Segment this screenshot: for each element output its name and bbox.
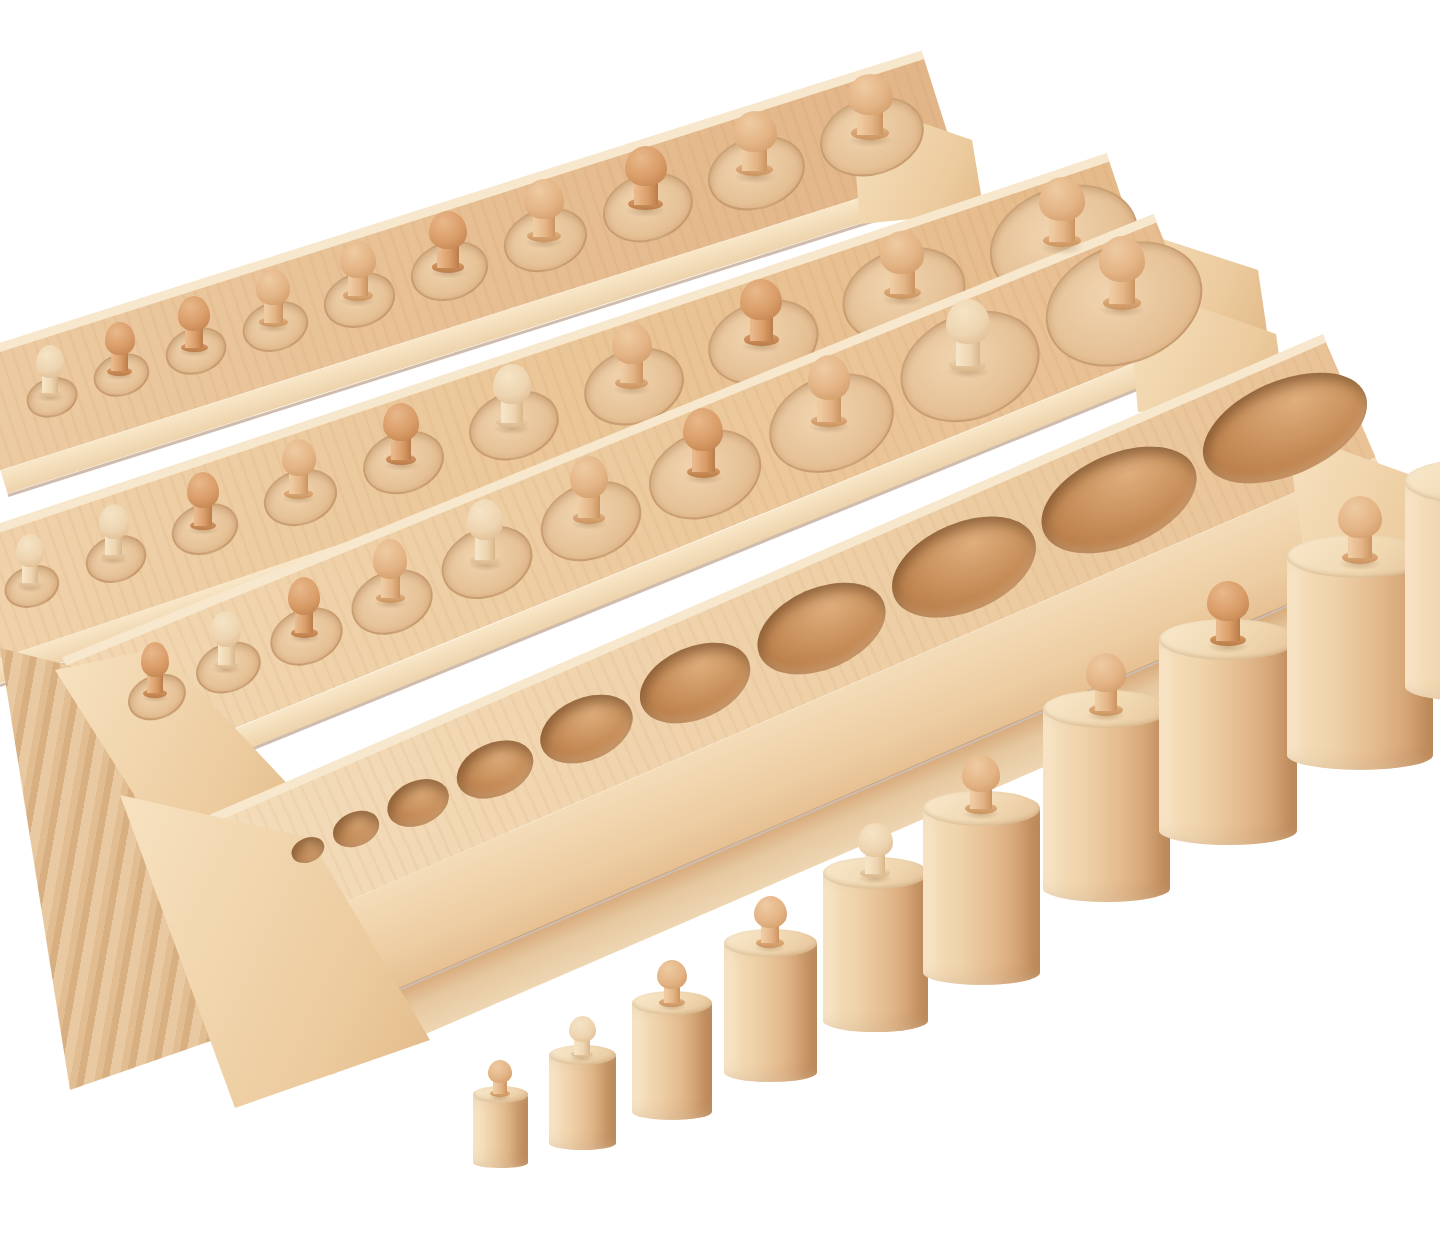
knobbed-cylinder-block-3-8[interactable]	[808, 355, 850, 427]
cylinder-body	[632, 1002, 712, 1120]
knobbed-cylinder-block-3-1[interactable]	[141, 642, 169, 698]
cylinder-body	[473, 1094, 528, 1168]
knobbed-cylinder-block-3-7[interactable]	[683, 408, 723, 478]
knobbed-cylinder-block-3-2[interactable]	[211, 611, 241, 669]
knobbed-cylinder-block-3-6[interactable]	[570, 456, 608, 524]
knobbed-cylinder-block-3-10[interactable]	[1099, 236, 1145, 310]
knobbed-cylinder-block-2-2[interactable]	[99, 504, 129, 560]
knob-cap	[946, 299, 990, 344]
knobbed-cylinder-block-1-8[interactable]	[625, 146, 667, 210]
knob-cap	[36, 345, 64, 377]
knob-cap	[187, 472, 219, 508]
knob-cap	[858, 823, 893, 857]
knobbed-cylinder-block-2-6[interactable]	[493, 364, 531, 428]
knobbed-cylinder-block-2-5[interactable]	[383, 403, 419, 465]
knob-cap	[612, 323, 652, 364]
knob-cap	[740, 279, 782, 321]
free-cylinder-10[interactable]	[1405, 420, 1440, 702]
knob-cap	[808, 355, 850, 400]
knob-cap	[880, 231, 924, 273]
free-cylinder-4[interactable]	[724, 896, 817, 1082]
knobbed-cylinder-block-1-5[interactable]	[340, 241, 376, 301]
knob-cap	[211, 611, 241, 647]
free-cylinder-8[interactable]	[1159, 581, 1297, 845]
knobbed-cylinder-block-3-5[interactable]	[467, 499, 503, 565]
knob-cap	[429, 211, 467, 249]
free-cylinder-6[interactable]	[923, 755, 1040, 985]
free-cylinder-3[interactable]	[632, 960, 712, 1120]
free-cylinder-5[interactable]	[823, 823, 928, 1032]
knob-cap	[340, 241, 376, 278]
cylinder-knob[interactable]	[1338, 496, 1382, 564]
free-cylinder-2[interactable]	[549, 1016, 616, 1150]
cylinder-body	[1405, 480, 1440, 702]
knob-cap	[733, 111, 777, 151]
knob-cap	[1207, 581, 1249, 621]
knob-cap	[282, 439, 316, 476]
knob-cap	[99, 504, 129, 539]
knob-cap	[1086, 653, 1126, 692]
knob-cap	[569, 1016, 596, 1042]
knobbed-cylinder-block-2-1[interactable]	[16, 534, 44, 588]
knobbed-cylinder-block-1-6[interactable]	[429, 211, 467, 273]
knobbed-cylinder-block-1-2[interactable]	[105, 322, 135, 376]
cylinder-knob[interactable]	[858, 823, 893, 878]
knob-cap	[288, 577, 320, 615]
knobbed-cylinder-block-1-10[interactable]	[847, 74, 893, 140]
knob-cap	[570, 456, 608, 498]
knob-cap	[467, 499, 503, 540]
knobbed-cylinder-block-2-8[interactable]	[740, 279, 782, 346]
knob-cap	[1039, 177, 1085, 220]
knob-cap	[141, 642, 169, 677]
knobbed-cylinder-block-2-4[interactable]	[282, 439, 316, 499]
knobbed-cylinder-block-2-7[interactable]	[612, 323, 652, 389]
knob-cap	[178, 296, 210, 331]
cylinder-knob[interactable]	[962, 755, 1000, 814]
knob-cap	[962, 755, 1000, 792]
knob-cap	[657, 960, 687, 989]
knob-cap	[488, 1060, 512, 1083]
knob-cap	[1338, 496, 1382, 538]
cylinder-body	[549, 1054, 616, 1150]
knobbed-cylinder-block-1-1[interactable]	[36, 345, 64, 397]
knobbed-cylinder-block-1-9[interactable]	[733, 111, 777, 176]
knob-cap	[256, 269, 290, 305]
knobbed-cylinder-block-1-3[interactable]	[178, 296, 210, 352]
cylinder-knob[interactable]	[1207, 581, 1249, 646]
free-cylinder-7[interactable]	[1043, 653, 1170, 902]
cylinder-knob[interactable]	[657, 960, 687, 1007]
knob-cap	[105, 322, 135, 355]
montessori-cylinder-blocks-photo	[0, 0, 1440, 1244]
knob-cap	[524, 179, 564, 218]
knob-cap	[754, 896, 787, 928]
free-cylinder-1[interactable]	[473, 1060, 528, 1168]
cylinder-knob[interactable]	[754, 896, 787, 948]
knob-cap	[847, 74, 893, 115]
knobbed-cylinder-block-3-9[interactable]	[946, 299, 990, 372]
cylinder-knob[interactable]	[569, 1016, 596, 1058]
knobbed-cylinder-block-3-4[interactable]	[373, 539, 407, 603]
cylinder-body	[1159, 638, 1297, 845]
cylinder-body	[823, 872, 928, 1032]
knob-cap	[1099, 236, 1145, 282]
cylinder-knob[interactable]	[488, 1060, 512, 1097]
knobbed-cylinder-block-3-3[interactable]	[288, 577, 320, 638]
cylinder-body	[923, 807, 1040, 985]
knobbed-cylinder-block-2-3[interactable]	[187, 472, 219, 530]
knobbed-cylinder-block-1-7[interactable]	[524, 179, 564, 242]
knobbed-cylinder-block-2-10[interactable]	[1039, 177, 1085, 247]
knob-cap	[683, 408, 723, 451]
cylinder-body	[1043, 708, 1170, 902]
knobbed-cylinder-block-1-4[interactable]	[256, 269, 290, 327]
knob-cap	[383, 403, 419, 441]
cylinder-body	[724, 942, 817, 1082]
knob-cap	[493, 364, 531, 404]
knob-cap	[16, 534, 44, 567]
cylinder-knob[interactable]	[1086, 653, 1126, 716]
knobbed-cylinder-block-2-9[interactable]	[880, 231, 924, 299]
knob-cap	[625, 146, 667, 186]
knob-cap	[373, 539, 407, 579]
